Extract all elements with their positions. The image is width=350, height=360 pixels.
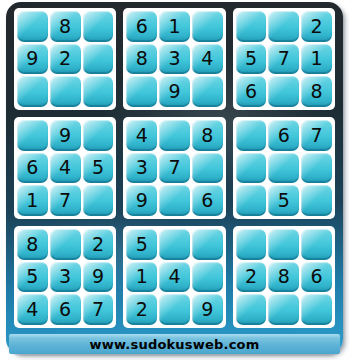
cell-r3c4[interactable] [126,76,157,107]
cell-r4c7[interactable] [236,120,267,151]
cell-digit: 7 [168,158,180,177]
cell-r9c7[interactable] [236,294,267,325]
cell-digit: 9 [201,300,213,319]
cell-r4c3[interactable] [83,120,114,151]
cell-r5c2[interactable]: 4 [50,153,81,184]
cell-r6c3[interactable] [83,185,114,216]
cell-digit: 4 [201,49,213,68]
block-3: 257168 [233,8,335,110]
cell-r1c3[interactable] [83,11,114,42]
cell-r3c3[interactable] [83,76,114,107]
cell-r7c6[interactable] [192,229,223,260]
board-frame: 8926183492571689645174837966758253946751… [6,2,343,354]
cell-r4c4[interactable]: 4 [126,120,157,151]
cell-r5c3[interactable]: 5 [83,153,114,184]
cell-r7c2[interactable] [50,229,81,260]
cell-r4c5[interactable] [159,120,190,151]
block-6: 675 [233,117,335,219]
cell-digit: 9 [26,49,38,68]
cell-digit: 6 [311,267,323,286]
cell-r5c5[interactable]: 7 [159,153,190,184]
cell-digit: 1 [26,191,38,210]
block-5: 483796 [123,117,225,219]
sudoku-widget: 8926183492571689645174837966758253946751… [0,0,350,360]
cell-r2c3[interactable] [83,44,114,75]
cell-digit: 2 [136,300,148,319]
cell-r5c7[interactable] [236,153,267,184]
cell-r4c1[interactable] [17,120,48,151]
cell-r8c3[interactable]: 9 [83,262,114,293]
cell-r5c1[interactable]: 6 [17,153,48,184]
cell-r5c4[interactable]: 3 [126,153,157,184]
cell-digit: 3 [168,49,180,68]
cell-r7c9[interactable] [301,229,332,260]
cell-digit: 5 [278,191,290,210]
cell-digit: 6 [26,158,38,177]
cell-r1c1[interactable] [17,11,48,42]
cell-r3c8[interactable] [268,76,299,107]
cell-r3c7[interactable]: 6 [236,76,267,107]
cell-digit: 5 [26,267,38,286]
cell-digit: 7 [278,49,290,68]
cell-r1c9[interactable]: 2 [301,11,332,42]
cell-r9c4[interactable]: 2 [126,294,157,325]
block-9: 286 [233,226,335,328]
cell-r8c2[interactable]: 3 [50,262,81,293]
cell-digit: 6 [245,82,257,101]
cell-digit: 4 [168,267,180,286]
cell-digit: 6 [136,17,148,36]
cell-digit: 8 [201,126,213,145]
cell-digit: 7 [92,300,104,319]
cell-digit: 1 [136,267,148,286]
cell-digit: 9 [92,267,104,286]
cell-digit: 5 [92,158,104,177]
cell-r8c1[interactable]: 5 [17,262,48,293]
cell-r2c8[interactable]: 7 [268,44,299,75]
cell-r1c5[interactable]: 1 [159,11,190,42]
cell-r6c4[interactable]: 9 [126,185,157,216]
cell-r2c9[interactable]: 1 [301,44,332,75]
cell-r7c1[interactable]: 8 [17,229,48,260]
cell-digit: 8 [278,267,290,286]
cell-digit: 8 [311,82,323,101]
cell-r7c3[interactable]: 2 [83,229,114,260]
cell-digit: 6 [278,126,290,145]
cell-r3c1[interactable] [17,76,48,107]
cell-r8c7[interactable]: 2 [236,262,267,293]
cell-r9c3[interactable]: 7 [83,294,114,325]
cell-r8c8[interactable]: 8 [268,262,299,293]
block-2: 618349 [123,8,225,110]
cell-r8c4[interactable]: 1 [126,262,157,293]
cell-digit: 3 [136,158,148,177]
cell-digit: 8 [136,49,148,68]
cell-digit: 4 [59,158,71,177]
cell-r4c2[interactable]: 9 [50,120,81,151]
cell-digit: 2 [311,17,323,36]
cell-r7c8[interactable] [268,229,299,260]
cell-r9c5[interactable] [159,294,190,325]
cell-r6c7[interactable] [236,185,267,216]
website-link[interactable]: www.sudokusweb.com [90,337,260,352]
cell-r7c7[interactable] [236,229,267,260]
cell-r6c1[interactable]: 1 [17,185,48,216]
cell-r5c8[interactable] [268,153,299,184]
cell-digit: 6 [59,300,71,319]
cell-digit: 1 [168,17,180,36]
cell-r6c5[interactable] [159,185,190,216]
cell-r1c8[interactable] [268,11,299,42]
cell-digit: 2 [59,49,71,68]
cell-r7c4[interactable]: 5 [126,229,157,260]
cell-r2c4[interactable]: 8 [126,44,157,75]
block-1: 892 [14,8,116,110]
cell-r2c2[interactable]: 2 [50,44,81,75]
cell-r3c5[interactable]: 9 [159,76,190,107]
cell-r6c9[interactable] [301,185,332,216]
sudoku-board: 8926183492571689645174837966758253946751… [14,8,335,328]
block-8: 51429 [123,226,225,328]
cell-digit: 6 [201,191,213,210]
cell-r4c9[interactable]: 7 [301,120,332,151]
cell-digit: 2 [245,267,257,286]
cell-r4c6[interactable]: 8 [192,120,223,151]
cell-r1c7[interactable] [236,11,267,42]
cell-r8c9[interactable]: 6 [301,262,332,293]
cell-r6c2[interactable]: 7 [50,185,81,216]
cell-r6c6[interactable]: 6 [192,185,223,216]
cell-r9c6[interactable]: 9 [192,294,223,325]
cell-digit: 4 [136,126,148,145]
cell-r2c1[interactable]: 9 [17,44,48,75]
block-7: 82539467 [14,226,116,328]
cell-r1c6[interactable] [192,11,223,42]
cell-digit: 3 [59,267,71,286]
cell-r1c2[interactable]: 8 [50,11,81,42]
cell-r9c2[interactable]: 6 [50,294,81,325]
cell-r3c6[interactable] [192,76,223,107]
cell-r7c5[interactable] [159,229,190,260]
cell-digit: 5 [136,235,148,254]
cell-digit: 7 [59,191,71,210]
cell-r9c9[interactable] [301,294,332,325]
cell-r9c1[interactable]: 4 [17,294,48,325]
cell-r8c5[interactable]: 4 [159,262,190,293]
cell-r9c8[interactable] [268,294,299,325]
cell-digit: 8 [59,17,71,36]
cell-digit: 5 [245,49,257,68]
cell-r6c8[interactable]: 5 [268,185,299,216]
cell-r3c9[interactable]: 8 [301,76,332,107]
cell-digit: 2 [92,235,104,254]
cell-r2c6[interactable]: 4 [192,44,223,75]
cell-digit: 9 [59,126,71,145]
cell-r2c5[interactable]: 3 [159,44,190,75]
cell-digit: 8 [26,235,38,254]
cell-digit: 7 [311,126,323,145]
cell-r8c6[interactable] [192,262,223,293]
cell-digit: 9 [136,191,148,210]
footer-band: www.sudokusweb.com [9,334,340,354]
cell-r1c4[interactable]: 6 [126,11,157,42]
cell-digit: 1 [311,49,323,68]
cell-r4c8[interactable]: 6 [268,120,299,151]
cell-digit: 4 [26,300,38,319]
cell-digit: 9 [168,82,180,101]
cell-r2c7[interactable]: 5 [236,44,267,75]
cell-r3c2[interactable] [50,76,81,107]
cell-r5c9[interactable] [301,153,332,184]
block-4: 964517 [14,117,116,219]
cell-r5c6[interactable] [192,153,223,184]
